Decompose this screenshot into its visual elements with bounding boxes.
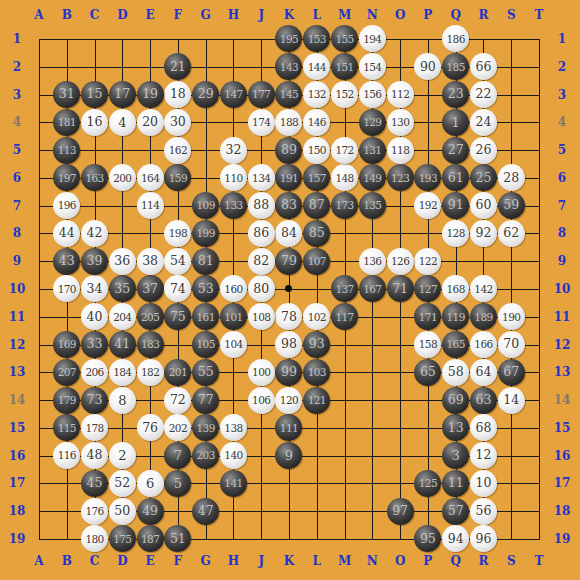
stone-white-C18-move-176[interactable]: 176 (81, 498, 108, 525)
stone-black-F13-move-201[interactable]: 201 (164, 359, 191, 386)
stone-black-H7-move-133[interactable]: 133 (220, 192, 247, 219)
stone-black-G13-move-55[interactable]: 55 (192, 359, 219, 386)
stone-white-C11-move-40[interactable]: 40 (81, 303, 108, 330)
stone-black-G9-move-81[interactable]: 81 (192, 248, 219, 275)
stone-black-F2-move-21[interactable]: 21 (164, 53, 191, 80)
stone-black-K16-move-9[interactable]: 9 (275, 442, 302, 469)
stone-black-R6-move-25[interactable]: 25 (470, 164, 497, 191)
stone-white-M5-move-172[interactable]: 172 (331, 137, 358, 164)
row-label-right-8: 8 (548, 225, 576, 241)
row-label-left-10: 10 (3, 281, 31, 297)
col-label-bottom-J: J (251, 553, 271, 569)
stone-white-H5-move-32[interactable]: 32 (220, 137, 247, 164)
stone-black-C12-move-33[interactable]: 33 (81, 331, 108, 358)
stone-white-Q19-move-94[interactable]: 94 (442, 525, 469, 552)
stone-black-D3-move-17[interactable]: 17 (109, 81, 136, 108)
row-label-left-15: 15 (3, 420, 31, 436)
stone-white-B7-move-196[interactable]: 196 (53, 192, 80, 219)
stone-black-L7-move-87[interactable]: 87 (303, 192, 330, 219)
stone-white-R5-move-26[interactable]: 26 (470, 137, 497, 164)
stone-white-O4-move-130[interactable]: 130 (387, 109, 414, 136)
stone-black-S13-move-67[interactable]: 67 (498, 359, 525, 386)
stone-black-F19-move-51[interactable]: 51 (164, 525, 191, 552)
stone-black-Q12-move-165[interactable]: 165 (442, 331, 469, 358)
stone-white-P12-move-158[interactable]: 158 (414, 331, 441, 358)
row-label-left-12: 12 (3, 337, 31, 353)
stone-white-F9-move-54[interactable]: 54 (164, 248, 191, 275)
stone-black-Q4-move-1[interactable]: 1 (442, 109, 469, 136)
stone-white-D6-move-200[interactable]: 200 (109, 164, 136, 191)
stone-white-J8-move-86[interactable]: 86 (248, 220, 275, 247)
stone-black-K7-move-83[interactable]: 83 (275, 192, 302, 219)
row-label-right-1: 1 (548, 31, 576, 47)
row-label-left-17: 17 (3, 475, 31, 491)
stone-black-D12-move-41[interactable]: 41 (109, 331, 136, 358)
stone-black-P13-move-65[interactable]: 65 (414, 359, 441, 386)
stone-black-Q5-move-27[interactable]: 27 (442, 137, 469, 164)
stone-black-K15-move-111[interactable]: 111 (275, 414, 302, 441)
stone-white-S6-move-28[interactable]: 28 (498, 164, 525, 191)
stone-black-B15-move-115[interactable]: 115 (53, 414, 80, 441)
stone-white-F5-move-162[interactable]: 162 (164, 137, 191, 164)
row-label-left-18: 18 (3, 503, 31, 519)
col-label-bottom-E: E (140, 553, 160, 569)
row-label-left-14: 14 (3, 392, 31, 408)
stone-black-K3-move-145[interactable]: 145 (275, 81, 302, 108)
col-label-bottom-P: P (418, 553, 438, 569)
stone-white-N2-move-154[interactable]: 154 (359, 53, 386, 80)
stone-black-R11-move-189[interactable]: 189 (470, 303, 497, 330)
stone-white-F3-move-18[interactable]: 18 (164, 81, 191, 108)
stone-white-E13-move-182[interactable]: 182 (137, 359, 164, 386)
col-label-bottom-A: A (29, 553, 49, 569)
stone-white-K4-move-188[interactable]: 188 (275, 109, 302, 136)
stone-black-H17-move-141[interactable]: 141 (220, 470, 247, 497)
col-label-top-C: C (85, 7, 105, 23)
row-label-left-3: 3 (3, 87, 31, 103)
stone-white-C8-move-42[interactable]: 42 (81, 220, 108, 247)
row-label-left-5: 5 (3, 142, 31, 158)
stone-white-J6-move-134[interactable]: 134 (248, 164, 275, 191)
row-label-right-15: 15 (548, 420, 576, 436)
stone-black-Q6-move-61[interactable]: 61 (442, 164, 469, 191)
col-label-top-R: R (473, 7, 493, 23)
stone-black-L9-move-107[interactable]: 107 (303, 248, 330, 275)
stone-white-D18-move-50[interactable]: 50 (109, 498, 136, 525)
row-label-left-8: 8 (3, 225, 31, 241)
stone-black-Q14-move-69[interactable]: 69 (442, 387, 469, 414)
stone-white-D13-move-184[interactable]: 184 (109, 359, 136, 386)
stone-black-P11-move-171[interactable]: 171 (414, 303, 441, 330)
stone-black-K13-move-99[interactable]: 99 (275, 359, 302, 386)
stone-black-C17-move-45[interactable]: 45 (81, 470, 108, 497)
stone-black-B14-move-179[interactable]: 179 (53, 387, 80, 414)
col-label-bottom-G: G (196, 553, 216, 569)
stone-black-G7-move-109[interactable]: 109 (192, 192, 219, 219)
stone-white-J4-move-174[interactable]: 174 (248, 109, 275, 136)
stone-white-P2-move-90[interactable]: 90 (414, 53, 441, 80)
stone-black-E3-move-19[interactable]: 19 (137, 81, 164, 108)
row-label-right-7: 7 (548, 198, 576, 214)
col-label-top-N: N (362, 7, 382, 23)
stone-white-L5-move-150[interactable]: 150 (303, 137, 330, 164)
stones-layer: 1234567891011121314151617181920212223242… (25, 25, 553, 553)
stone-white-E17-move-6[interactable]: 6 (137, 470, 164, 497)
stone-white-D9-move-36[interactable]: 36 (109, 248, 136, 275)
col-label-bottom-Q: Q (446, 553, 466, 569)
stone-white-J13-move-100[interactable]: 100 (248, 359, 275, 386)
stone-white-E6-move-164[interactable]: 164 (137, 164, 164, 191)
stone-black-L13-move-103[interactable]: 103 (303, 359, 330, 386)
stone-white-R10-move-142[interactable]: 142 (470, 275, 497, 302)
col-label-top-J: J (251, 7, 271, 23)
stone-black-N5-move-131[interactable]: 131 (359, 137, 386, 164)
stone-white-C13-move-206[interactable]: 206 (81, 359, 108, 386)
stone-white-L4-move-146[interactable]: 146 (303, 109, 330, 136)
row-label-left-1: 1 (3, 31, 31, 47)
stone-white-Q8-move-128[interactable]: 128 (442, 220, 469, 247)
stone-white-H16-move-140[interactable]: 140 (220, 442, 247, 469)
stone-white-R18-move-56[interactable]: 56 (470, 498, 497, 525)
stone-white-C16-move-48[interactable]: 48 (81, 442, 108, 469)
stone-white-E4-move-20[interactable]: 20 (137, 109, 164, 136)
row-label-right-17: 17 (548, 475, 576, 491)
stone-white-F15-move-202[interactable]: 202 (164, 414, 191, 441)
stone-white-D16-move-2[interactable]: 2 (109, 442, 136, 469)
stone-black-C14-move-73[interactable]: 73 (81, 387, 108, 414)
stone-black-P19-move-95[interactable]: 95 (414, 525, 441, 552)
stone-black-L1-move-153[interactable]: 153 (303, 25, 330, 52)
stone-white-S14-move-14[interactable]: 14 (498, 387, 525, 414)
stone-white-R3-move-22[interactable]: 22 (470, 81, 497, 108)
stone-black-G15-move-139[interactable]: 139 (192, 414, 219, 441)
stone-black-B6-move-197[interactable]: 197 (53, 164, 80, 191)
row-label-left-7: 7 (3, 198, 31, 214)
stone-white-L2-move-144[interactable]: 144 (303, 53, 330, 80)
stone-black-R14-move-63[interactable]: 63 (470, 387, 497, 414)
stone-black-C9-move-39[interactable]: 39 (81, 248, 108, 275)
stone-black-G12-move-105[interactable]: 105 (192, 331, 219, 358)
col-label-bottom-C: C (85, 553, 105, 569)
col-label-bottom-R: R (473, 553, 493, 569)
stone-white-N3-move-156[interactable]: 156 (359, 81, 386, 108)
row-label-right-10: 10 (548, 281, 576, 297)
stone-white-Q1-move-186[interactable]: 186 (442, 25, 469, 52)
stone-white-J9-move-82[interactable]: 82 (248, 248, 275, 275)
stone-black-L6-move-157[interactable]: 157 (303, 164, 330, 191)
stone-white-H6-move-110[interactable]: 110 (220, 164, 247, 191)
stone-white-R19-move-96[interactable]: 96 (470, 525, 497, 552)
stone-white-M3-move-152[interactable]: 152 (331, 81, 358, 108)
col-label-top-S: S (501, 7, 521, 23)
stone-white-C19-move-180[interactable]: 180 (81, 525, 108, 552)
stone-white-H12-move-104[interactable]: 104 (220, 331, 247, 358)
stone-black-K1-move-195[interactable]: 195 (275, 25, 302, 52)
stone-white-R7-move-60[interactable]: 60 (470, 192, 497, 219)
stone-black-L14-move-121[interactable]: 121 (303, 387, 330, 414)
stone-white-C4-move-16[interactable]: 16 (81, 109, 108, 136)
row-label-right-14: 14 (548, 392, 576, 408)
stone-white-B8-move-44[interactable]: 44 (53, 220, 80, 247)
stone-black-N4-move-129[interactable]: 129 (359, 109, 386, 136)
stone-black-O10-move-71[interactable]: 71 (387, 275, 414, 302)
row-label-right-18: 18 (548, 503, 576, 519)
row-label-left-6: 6 (3, 170, 31, 186)
stone-white-H10-move-160[interactable]: 160 (220, 275, 247, 302)
stone-white-S12-move-70[interactable]: 70 (498, 331, 525, 358)
col-label-top-A: A (29, 7, 49, 23)
stone-black-O18-move-97[interactable]: 97 (387, 498, 414, 525)
col-label-bottom-B: B (57, 553, 77, 569)
col-label-bottom-T: T (529, 553, 549, 569)
row-label-right-5: 5 (548, 142, 576, 158)
stone-white-O3-move-112[interactable]: 112 (387, 81, 414, 108)
stone-white-O5-move-118[interactable]: 118 (387, 137, 414, 164)
stone-black-F11-move-75[interactable]: 75 (164, 303, 191, 330)
row-label-right-12: 12 (548, 337, 576, 353)
col-label-bottom-N: N (362, 553, 382, 569)
col-label-top-E: E (140, 7, 160, 23)
col-label-bottom-S: S (501, 553, 521, 569)
stone-black-G11-move-161[interactable]: 161 (192, 303, 219, 330)
stone-white-R15-move-68[interactable]: 68 (470, 414, 497, 441)
col-label-top-B: B (57, 7, 77, 23)
col-label-top-G: G (196, 7, 216, 23)
stone-black-P6-move-193[interactable]: 193 (414, 164, 441, 191)
col-label-top-L: L (307, 7, 327, 23)
row-label-left-4: 4 (3, 114, 31, 130)
col-label-top-Q: Q (446, 7, 466, 23)
stone-black-D19-move-175[interactable]: 175 (109, 525, 136, 552)
stone-black-Q18-move-57[interactable]: 57 (442, 498, 469, 525)
stone-black-G14-move-77[interactable]: 77 (192, 387, 219, 414)
stone-black-M10-move-137[interactable]: 137 (331, 275, 358, 302)
stone-white-R4-move-24[interactable]: 24 (470, 109, 497, 136)
stone-white-D17-move-52[interactable]: 52 (109, 470, 136, 497)
stone-black-H11-move-101[interactable]: 101 (220, 303, 247, 330)
stone-white-R16-move-12[interactable]: 12 (470, 442, 497, 469)
stone-white-O9-move-126[interactable]: 126 (387, 248, 414, 275)
go-board[interactable]: 1234567891011121314151617181920212223242… (0, 0, 580, 580)
stone-white-S8-move-62[interactable]: 62 (498, 220, 525, 247)
col-label-top-O: O (390, 7, 410, 23)
col-label-top-K: K (279, 7, 299, 23)
stone-white-P9-move-122[interactable]: 122 (414, 248, 441, 275)
col-label-top-M: M (335, 7, 355, 23)
stone-white-L3-move-132[interactable]: 132 (303, 81, 330, 108)
stone-black-B4-move-181[interactable]: 181 (53, 109, 80, 136)
row-label-right-4: 4 (548, 114, 576, 130)
stone-black-N7-move-135[interactable]: 135 (359, 192, 386, 219)
stone-white-J10-move-80[interactable]: 80 (248, 275, 275, 302)
stone-white-D14-move-8[interactable]: 8 (109, 387, 136, 414)
stone-black-G8-move-199[interactable]: 199 (192, 220, 219, 247)
stone-black-Q11-move-119[interactable]: 119 (442, 303, 469, 330)
col-label-bottom-K: K (279, 553, 299, 569)
stone-black-S7-move-59[interactable]: 59 (498, 192, 525, 219)
stone-white-E15-move-76[interactable]: 76 (137, 414, 164, 441)
stone-black-Q3-move-23[interactable]: 23 (442, 81, 469, 108)
stone-white-D11-move-204[interactable]: 204 (109, 303, 136, 330)
stone-black-F6-move-159[interactable]: 159 (164, 164, 191, 191)
stone-white-F4-move-30[interactable]: 30 (164, 109, 191, 136)
stone-black-B3-move-31[interactable]: 31 (53, 81, 80, 108)
stone-black-Q2-move-185[interactable]: 185 (442, 53, 469, 80)
stone-black-P17-move-125[interactable]: 125 (414, 470, 441, 497)
stone-black-J3-move-177[interactable]: 177 (248, 81, 275, 108)
stone-white-P7-move-192[interactable]: 192 (414, 192, 441, 219)
stone-white-K8-move-84[interactable]: 84 (275, 220, 302, 247)
stone-black-C6-move-163[interactable]: 163 (81, 164, 108, 191)
stone-white-N1-move-194[interactable]: 194 (359, 25, 386, 52)
stone-black-L8-move-85[interactable]: 85 (303, 220, 330, 247)
stone-black-E19-move-187[interactable]: 187 (137, 525, 164, 552)
stone-white-B10-move-170[interactable]: 170 (53, 275, 80, 302)
col-label-bottom-O: O (390, 553, 410, 569)
col-label-bottom-M: M (335, 553, 355, 569)
col-label-top-H: H (223, 7, 243, 23)
stone-black-K9-move-79[interactable]: 79 (275, 248, 302, 275)
stone-black-D10-move-35[interactable]: 35 (109, 275, 136, 302)
stone-white-J11-move-108[interactable]: 108 (248, 303, 275, 330)
col-label-bottom-H: H (223, 553, 243, 569)
stone-black-G10-move-53[interactable]: 53 (192, 275, 219, 302)
col-label-bottom-D: D (112, 553, 132, 569)
stone-white-L11-move-102[interactable]: 102 (303, 303, 330, 330)
stone-black-E18-move-49[interactable]: 49 (137, 498, 164, 525)
stone-black-Q7-move-91[interactable]: 91 (442, 192, 469, 219)
stone-black-Q17-move-11[interactable]: 11 (442, 470, 469, 497)
stone-white-J7-move-88[interactable]: 88 (248, 192, 275, 219)
stone-black-L12-move-93[interactable]: 93 (303, 331, 330, 358)
stone-white-M6-move-148[interactable]: 148 (331, 164, 358, 191)
stone-white-H15-move-138[interactable]: 138 (220, 414, 247, 441)
row-label-left-13: 13 (3, 364, 31, 380)
stone-black-B5-move-113[interactable]: 113 (53, 137, 80, 164)
stone-black-G16-move-203[interactable]: 203 (192, 442, 219, 469)
row-label-left-16: 16 (3, 448, 31, 464)
stone-black-H3-move-147[interactable]: 147 (220, 81, 247, 108)
col-label-bottom-F: F (168, 553, 188, 569)
stone-white-J14-move-106[interactable]: 106 (248, 387, 275, 414)
stone-white-E7-move-114[interactable]: 114 (137, 192, 164, 219)
row-label-right-9: 9 (548, 253, 576, 269)
row-label-right-16: 16 (548, 448, 576, 464)
col-label-top-D: D (112, 7, 132, 23)
stone-white-Q13-move-58[interactable]: 58 (442, 359, 469, 386)
stone-white-K11-move-78[interactable]: 78 (275, 303, 302, 330)
col-label-top-T: T (529, 7, 549, 23)
col-label-top-F: F (168, 7, 188, 23)
row-label-left-9: 9 (3, 253, 31, 269)
col-label-bottom-L: L (307, 553, 327, 569)
stone-white-R2-move-66[interactable]: 66 (470, 53, 497, 80)
stone-black-P10-move-127[interactable]: 127 (414, 275, 441, 302)
row-label-left-11: 11 (3, 309, 31, 325)
stone-white-C10-move-34[interactable]: 34 (81, 275, 108, 302)
stone-black-N6-move-149[interactable]: 149 (359, 164, 386, 191)
stone-white-R12-move-166[interactable]: 166 (470, 331, 497, 358)
stone-black-Q15-move-13[interactable]: 13 (442, 414, 469, 441)
stone-white-D4-move-4[interactable]: 4 (109, 109, 136, 136)
stone-white-C15-move-178[interactable]: 178 (81, 414, 108, 441)
row-label-right-3: 3 (548, 87, 576, 103)
row-label-right-13: 13 (548, 364, 576, 380)
stone-white-F8-move-198[interactable]: 198 (164, 220, 191, 247)
stone-white-E9-move-38[interactable]: 38 (137, 248, 164, 275)
stone-black-E10-move-37[interactable]: 37 (137, 275, 164, 302)
stone-black-M2-move-151[interactable]: 151 (331, 53, 358, 80)
stone-white-R13-move-64[interactable]: 64 (470, 359, 497, 386)
stone-black-N10-move-167[interactable]: 167 (359, 275, 386, 302)
stone-black-E12-move-183[interactable]: 183 (137, 331, 164, 358)
stone-black-M7-move-173[interactable]: 173 (331, 192, 358, 219)
stone-black-M1-move-155[interactable]: 155 (331, 25, 358, 52)
row-label-right-11: 11 (548, 309, 576, 325)
stone-black-B13-move-207[interactable]: 207 (53, 359, 80, 386)
row-label-left-2: 2 (3, 59, 31, 75)
stone-white-K12-move-98[interactable]: 98 (275, 331, 302, 358)
row-label-left-19: 19 (3, 531, 31, 547)
col-label-top-P: P (418, 7, 438, 23)
row-label-right-6: 6 (548, 170, 576, 186)
stone-black-K5-move-89[interactable]: 89 (275, 137, 302, 164)
stone-black-K2-move-143[interactable]: 143 (275, 53, 302, 80)
stone-black-K6-move-191[interactable]: 191 (275, 164, 302, 191)
stone-black-G18-move-47[interactable]: 47 (192, 498, 219, 525)
stone-black-M11-move-117[interactable]: 117 (331, 303, 358, 330)
stone-white-Q10-move-168[interactable]: 168 (442, 275, 469, 302)
stone-white-R17-move-10[interactable]: 10 (470, 470, 497, 497)
stone-white-F14-move-72[interactable]: 72 (164, 387, 191, 414)
stone-white-S11-move-190[interactable]: 190 (498, 303, 525, 330)
stone-black-B9-move-43[interactable]: 43 (53, 248, 80, 275)
stone-black-O6-move-123[interactable]: 123 (387, 164, 414, 191)
stone-black-F17-move-5[interactable]: 5 (164, 470, 191, 497)
row-label-right-19: 19 (548, 531, 576, 547)
row-label-right-2: 2 (548, 59, 576, 75)
stone-black-C3-move-15[interactable]: 15 (81, 81, 108, 108)
stone-white-K14-move-120[interactable]: 120 (275, 387, 302, 414)
stone-black-B12-move-169[interactable]: 169 (53, 331, 80, 358)
stone-white-N9-move-136[interactable]: 136 (359, 248, 386, 275)
stone-white-B16-move-116[interactable]: 116 (53, 442, 80, 469)
stone-black-Q16-move-3[interactable]: 3 (442, 442, 469, 469)
stone-black-E11-move-205[interactable]: 205 (137, 303, 164, 330)
stone-black-G3-move-29[interactable]: 29 (192, 81, 219, 108)
stone-white-F10-move-74[interactable]: 74 (164, 275, 191, 302)
stone-white-R8-move-92[interactable]: 92 (470, 220, 497, 247)
stone-black-F16-move-7[interactable]: 7 (164, 442, 191, 469)
